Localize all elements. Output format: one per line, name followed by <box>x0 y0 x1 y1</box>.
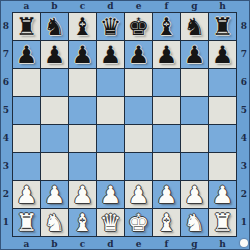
square-e4[interactable] <box>125 125 152 152</box>
piece-black-pawn[interactable]: ♟ <box>156 43 178 67</box>
square-f7[interactable]: ♟ <box>153 41 180 68</box>
square-g6[interactable] <box>181 69 208 96</box>
square-h1[interactable]: ♜ <box>209 209 236 236</box>
chess-board: ♜♞♝♛♚♝♞♜♟♟♟♟♟♟♟♟♟♟♟♟♟♟♟♟♜♞♝♛♚♝♞♜ <box>12 12 237 237</box>
square-b3[interactable] <box>41 153 68 180</box>
square-d5[interactable] <box>97 97 124 124</box>
rank-label-left-1: 1 <box>0 209 12 236</box>
rank-label-right-2: 2 <box>238 181 250 208</box>
square-a2[interactable]: ♟ <box>13 181 40 208</box>
piece-white-knight[interactable]: ♞ <box>184 211 206 235</box>
square-c1[interactable]: ♝ <box>69 209 96 236</box>
file-label-top-d: d <box>97 0 124 12</box>
file-label-bottom-f: f <box>153 238 180 250</box>
rank-label-right-8: 8 <box>238 13 250 40</box>
rank-label-right-1: 1 <box>238 209 250 236</box>
rank-label-left-4: 4 <box>0 125 12 152</box>
square-g2[interactable]: ♟ <box>181 181 208 208</box>
square-f6[interactable] <box>153 69 180 96</box>
chess-board-widget: ♜♞♝♛♚♝♞♜♟♟♟♟♟♟♟♟♟♟♟♟♟♟♟♟♜♞♝♛♚♝♞♜ aabbccd… <box>0 0 250 250</box>
square-h5[interactable] <box>209 97 236 124</box>
square-g4[interactable] <box>181 125 208 152</box>
piece-black-knight[interactable]: ♞ <box>184 15 206 39</box>
piece-white-pawn[interactable]: ♟ <box>44 183 66 207</box>
rank-label-right-5: 5 <box>238 97 250 124</box>
square-e2[interactable]: ♟ <box>125 181 152 208</box>
square-c7[interactable]: ♟ <box>69 41 96 68</box>
file-label-top-f: f <box>153 0 180 12</box>
piece-black-pawn[interactable]: ♟ <box>16 43 38 67</box>
square-g7[interactable]: ♟ <box>181 41 208 68</box>
rank-label-left-6: 6 <box>0 69 12 96</box>
square-b1[interactable]: ♞ <box>41 209 68 236</box>
square-d7[interactable]: ♟ <box>97 41 124 68</box>
rank-label-right-4: 4 <box>238 125 250 152</box>
rank-label-left-5: 5 <box>0 97 12 124</box>
rank-label-left-2: 2 <box>0 181 12 208</box>
file-label-bottom-a: a <box>13 238 40 250</box>
file-label-bottom-b: b <box>41 238 68 250</box>
piece-black-pawn[interactable]: ♟ <box>72 43 94 67</box>
file-label-top-c: c <box>69 0 96 12</box>
square-h6[interactable] <box>209 69 236 96</box>
piece-white-pawn[interactable]: ♟ <box>128 183 150 207</box>
piece-black-knight[interactable]: ♞ <box>44 15 66 39</box>
square-b8[interactable]: ♞ <box>41 13 68 40</box>
rank-label-left-7: 7 <box>0 41 12 68</box>
piece-black-pawn[interactable]: ♟ <box>44 43 66 67</box>
file-label-top-g: g <box>181 0 208 12</box>
square-g1[interactable]: ♞ <box>181 209 208 236</box>
square-b5[interactable] <box>41 97 68 124</box>
square-a3[interactable] <box>13 153 40 180</box>
square-f5[interactable] <box>153 97 180 124</box>
square-e5[interactable] <box>125 97 152 124</box>
square-a8[interactable]: ♜ <box>13 13 40 40</box>
file-label-top-a: a <box>13 0 40 12</box>
piece-black-bishop[interactable]: ♝ <box>72 15 94 39</box>
square-e1[interactable]: ♚ <box>125 209 152 236</box>
piece-white-pawn[interactable]: ♟ <box>212 183 234 207</box>
square-d3[interactable] <box>97 153 124 180</box>
rank-label-right-6: 6 <box>238 69 250 96</box>
piece-black-king[interactable]: ♚ <box>128 15 150 39</box>
square-c3[interactable] <box>69 153 96 180</box>
rank-label-left-3: 3 <box>0 153 12 180</box>
rank-label-right-3: 3 <box>238 153 250 180</box>
square-h8[interactable]: ♜ <box>209 13 236 40</box>
piece-white-bishop[interactable]: ♝ <box>156 211 178 235</box>
square-a5[interactable] <box>13 97 40 124</box>
piece-white-queen[interactable]: ♛ <box>100 211 122 235</box>
square-d4[interactable] <box>97 125 124 152</box>
square-g8[interactable]: ♞ <box>181 13 208 40</box>
square-a1[interactable]: ♜ <box>13 209 40 236</box>
square-d8[interactable]: ♛ <box>97 13 124 40</box>
file-label-top-e: e <box>125 0 152 12</box>
piece-black-pawn[interactable]: ♟ <box>128 43 150 67</box>
square-e7[interactable]: ♟ <box>125 41 152 68</box>
white-to-move-indicator <box>240 239 248 247</box>
square-d6[interactable] <box>97 69 124 96</box>
rank-label-right-7: 7 <box>238 41 250 68</box>
square-e8[interactable]: ♚ <box>125 13 152 40</box>
piece-black-pawn[interactable]: ♟ <box>212 43 234 67</box>
square-c8[interactable]: ♝ <box>69 13 96 40</box>
square-e3[interactable] <box>125 153 152 180</box>
square-a4[interactable] <box>13 125 40 152</box>
square-d2[interactable]: ♟ <box>97 181 124 208</box>
square-d1[interactable]: ♛ <box>97 209 124 236</box>
file-label-bottom-d: d <box>97 238 124 250</box>
piece-black-pawn[interactable]: ♟ <box>100 43 122 67</box>
square-b4[interactable] <box>41 125 68 152</box>
file-label-bottom-h: h <box>209 238 236 250</box>
square-g5[interactable] <box>181 97 208 124</box>
square-b2[interactable]: ♟ <box>41 181 68 208</box>
rank-label-left-8: 8 <box>0 13 12 40</box>
square-f8[interactable]: ♝ <box>153 13 180 40</box>
square-h4[interactable] <box>209 125 236 152</box>
piece-black-bishop[interactable]: ♝ <box>156 15 178 39</box>
file-label-bottom-e: e <box>125 238 152 250</box>
file-label-bottom-g: g <box>181 238 208 250</box>
piece-black-rook[interactable]: ♜ <box>212 15 234 39</box>
square-f4[interactable] <box>153 125 180 152</box>
square-b7[interactable]: ♟ <box>41 41 68 68</box>
square-h3[interactable] <box>209 153 236 180</box>
square-c2[interactable]: ♟ <box>69 181 96 208</box>
file-label-top-h: h <box>209 0 236 12</box>
piece-white-bishop[interactable]: ♝ <box>72 211 94 235</box>
square-f3[interactable] <box>153 153 180 180</box>
piece-white-rook[interactable]: ♜ <box>16 211 38 235</box>
piece-black-rook[interactable]: ♜ <box>16 15 38 39</box>
piece-white-pawn[interactable]: ♟ <box>184 183 206 207</box>
piece-white-knight[interactable]: ♞ <box>44 211 66 235</box>
piece-white-pawn[interactable]: ♟ <box>156 183 178 207</box>
piece-black-pawn[interactable]: ♟ <box>184 43 206 67</box>
piece-white-rook[interactable]: ♜ <box>212 211 234 235</box>
piece-white-pawn[interactable]: ♟ <box>100 183 122 207</box>
piece-black-queen[interactable]: ♛ <box>100 15 122 39</box>
square-h7[interactable]: ♟ <box>209 41 236 68</box>
file-label-top-b: b <box>41 0 68 12</box>
square-c5[interactable] <box>69 97 96 124</box>
square-f1[interactable]: ♝ <box>153 209 180 236</box>
piece-white-pawn[interactable]: ♟ <box>16 183 38 207</box>
square-c6[interactable] <box>69 69 96 96</box>
piece-white-pawn[interactable]: ♟ <box>72 183 94 207</box>
square-e6[interactable] <box>125 69 152 96</box>
square-a6[interactable] <box>13 69 40 96</box>
square-g3[interactable] <box>181 153 208 180</box>
square-c4[interactable] <box>69 125 96 152</box>
square-b6[interactable] <box>41 69 68 96</box>
square-h2[interactable]: ♟ <box>209 181 236 208</box>
square-f2[interactable]: ♟ <box>153 181 180 208</box>
square-a7[interactable]: ♟ <box>13 41 40 68</box>
file-label-bottom-c: c <box>69 238 96 250</box>
piece-white-king[interactable]: ♚ <box>128 211 150 235</box>
